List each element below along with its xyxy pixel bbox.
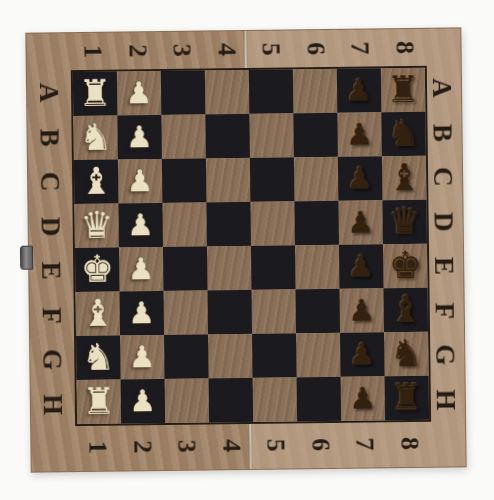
square-e6[interactable]: [295, 245, 340, 290]
square-h5[interactable]: [253, 377, 298, 422]
rank-label-a: A: [27, 70, 72, 115]
square-c7[interactable]: ♟: [338, 156, 383, 201]
photo-background: 12345678 12345678 ABCDEFGH ABCDEFGH ♜♟♟♜…: [0, 0, 494, 500]
piece-white-pawn-g2[interactable]: ♟: [129, 335, 156, 379]
square-d1[interactable]: ♛: [74, 204, 119, 249]
piece-white-pawn-b2[interactable]: ♟: [126, 115, 153, 159]
file-label-3: 3: [163, 424, 211, 469]
square-e5[interactable]: [251, 245, 296, 290]
square-f2[interactable]: ♟: [119, 291, 164, 336]
square-h2[interactable]: ♟: [121, 379, 166, 424]
square-e7[interactable]: ♟: [339, 244, 384, 289]
file-label-5: 5: [252, 423, 300, 468]
piece-white-bishop-c1[interactable]: ♝: [79, 160, 113, 204]
piece-white-knight-g1[interactable]: ♞: [81, 336, 115, 380]
file-label-6: 6: [296, 422, 344, 467]
piece-black-pawn-d7[interactable]: ♟: [347, 200, 374, 244]
square-f5[interactable]: [251, 289, 296, 334]
square-a2[interactable]: ♟: [117, 71, 162, 116]
piece-white-pawn-d2[interactable]: ♟: [127, 203, 154, 247]
square-g2[interactable]: ♟: [120, 335, 165, 380]
square-f1[interactable]: ♝: [76, 292, 121, 337]
square-g1[interactable]: ♞: [76, 336, 121, 381]
file-label-4: 4: [207, 423, 255, 468]
square-b7[interactable]: ♟: [337, 112, 382, 157]
square-e8[interactable]: ♚: [383, 244, 428, 289]
piece-black-pawn-g7[interactable]: ♟: [349, 332, 376, 376]
square-h6[interactable]: [297, 377, 342, 422]
square-b4[interactable]: [205, 114, 250, 159]
square-g4[interactable]: [208, 334, 253, 379]
square-g8[interactable]: ♞: [384, 332, 429, 377]
file-label-1: 1: [74, 29, 112, 74]
piece-white-pawn-h2[interactable]: ♟: [129, 379, 156, 423]
bottom-file-labels: 12345678: [75, 420, 432, 471]
piece-black-pawn-c7[interactable]: ♟: [346, 156, 373, 200]
left-rank-labels: ABCDEFGH: [27, 70, 75, 427]
square-b2[interactable]: ♟: [117, 115, 162, 160]
piece-black-knight-b8[interactable]: ♞: [387, 112, 421, 156]
square-a3[interactable]: [161, 70, 206, 115]
square-a8[interactable]: ♜: [381, 68, 426, 113]
square-a1[interactable]: ♜: [73, 72, 118, 117]
piece-black-rook-h8[interactable]: ♜: [390, 376, 424, 420]
square-f3[interactable]: [163, 290, 208, 335]
rank-label-c: C: [28, 159, 73, 204]
square-c4[interactable]: [206, 158, 251, 203]
square-c6[interactable]: [294, 157, 339, 202]
square-c2[interactable]: ♟: [118, 159, 163, 204]
file-label-7: 7: [341, 26, 379, 71]
file-label-4: 4: [208, 27, 246, 72]
piece-white-knight-b1[interactable]: ♞: [79, 116, 113, 160]
latch-clasp-icon: [20, 246, 33, 270]
piece-black-pawn-f7[interactable]: ♟: [348, 288, 375, 332]
piece-black-bishop-f8[interactable]: ♝: [389, 288, 423, 332]
square-b1[interactable]: ♞: [73, 116, 118, 161]
square-a4[interactable]: [205, 70, 250, 115]
chess-board: 12345678 12345678 ABCDEFGH ABCDEFGH ♜♟♟♜…: [25, 27, 466, 472]
square-h1[interactable]: ♜: [77, 380, 122, 425]
square-b3[interactable]: [161, 114, 206, 159]
square-f4[interactable]: [207, 290, 252, 335]
square-g5[interactable]: [252, 333, 297, 378]
square-g6[interactable]: [296, 333, 341, 378]
square-e2[interactable]: ♟: [119, 247, 164, 292]
square-d4[interactable]: [206, 202, 251, 247]
piece-white-pawn-c2[interactable]: ♟: [126, 159, 153, 203]
file-label-8: 8: [385, 421, 433, 466]
square-f7[interactable]: ♟: [339, 288, 384, 333]
square-c8[interactable]: ♝: [382, 156, 427, 201]
square-b6[interactable]: [293, 113, 338, 158]
square-h4[interactable]: [209, 378, 254, 423]
square-d7[interactable]: ♟: [338, 200, 383, 245]
square-a6[interactable]: [293, 69, 338, 114]
square-h8[interactable]: ♜: [385, 376, 430, 421]
square-b8[interactable]: ♞: [381, 112, 426, 157]
square-e1[interactable]: ♚: [75, 248, 120, 293]
piece-black-bishop-c8[interactable]: ♝: [387, 156, 421, 200]
square-d2[interactable]: ♟: [118, 203, 163, 248]
square-g7[interactable]: ♟: [340, 332, 385, 377]
piece-black-knight-g8[interactable]: ♞: [389, 332, 423, 376]
file-label-8: 8: [386, 25, 424, 70]
square-f6[interactable]: [295, 289, 340, 334]
piece-black-pawn-b7[interactable]: ♟: [346, 112, 373, 156]
piece-black-rook-a8[interactable]: ♜: [386, 68, 420, 112]
board-grid: ♜♟♟♜♞♟♟♞♝♟♟♝♛♟♟♛♚♟♟♚♝♟♟♝♞♟♟♞♜♟♟♜: [71, 66, 431, 426]
square-d5[interactable]: [250, 201, 295, 246]
square-b5[interactable]: [249, 113, 294, 158]
file-label-2: 2: [119, 28, 157, 73]
file-label-5: 5: [252, 27, 290, 72]
piece-white-queen-d1[interactable]: ♛: [80, 204, 114, 248]
piece-white-pawn-f2[interactable]: ♟: [128, 291, 155, 335]
rank-label-h: H: [30, 382, 75, 427]
piece-black-queen-d8[interactable]: ♛: [388, 200, 422, 244]
square-f8[interactable]: ♝: [383, 288, 428, 333]
piece-white-bishop-f1[interactable]: ♝: [81, 292, 115, 336]
square-a5[interactable]: [249, 69, 294, 114]
piece-white-pawn-e2[interactable]: ♟: [128, 247, 155, 291]
rank-label-f: F: [29, 293, 74, 338]
square-c5[interactable]: [250, 157, 295, 202]
square-h3[interactable]: [165, 378, 210, 423]
piece-black-pawn-e7[interactable]: ♟: [347, 244, 374, 288]
square-d8[interactable]: ♛: [382, 200, 427, 245]
piece-white-pawn-a2[interactable]: ♟: [125, 71, 152, 115]
rank-label-g: G: [30, 337, 75, 382]
rank-label-e: E: [29, 248, 74, 293]
square-c1[interactable]: ♝: [74, 160, 119, 205]
square-d3[interactable]: [162, 202, 207, 247]
file-label-7: 7: [341, 422, 389, 467]
rank-label-b: B: [27, 115, 72, 160]
piece-white-rook-h1[interactable]: ♜: [82, 380, 116, 424]
piece-white-king-e1[interactable]: ♚: [80, 248, 114, 292]
piece-black-pawn-a7[interactable]: ♟: [345, 68, 372, 112]
piece-white-rook-a1[interactable]: ♜: [78, 72, 112, 116]
square-d6[interactable]: [294, 201, 339, 246]
piece-black-pawn-h7[interactable]: ♟: [349, 376, 376, 420]
rank-label-d: D: [28, 204, 73, 249]
square-h7[interactable]: ♟: [341, 376, 386, 421]
square-g3[interactable]: [164, 334, 209, 379]
square-e3[interactable]: [163, 246, 208, 291]
file-label-1: 1: [74, 425, 122, 470]
square-a7[interactable]: ♟: [337, 68, 382, 113]
square-e4[interactable]: [207, 246, 252, 291]
file-label-2: 2: [118, 424, 166, 469]
file-label-6: 6: [297, 26, 335, 71]
piece-black-king-e8[interactable]: ♚: [388, 244, 422, 288]
file-label-3: 3: [163, 28, 201, 73]
square-c3[interactable]: [162, 158, 207, 203]
top-file-labels: 12345678: [70, 29, 426, 70]
